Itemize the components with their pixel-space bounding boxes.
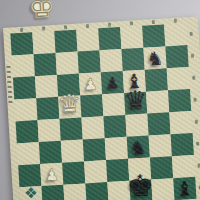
square-e3[interactable]	[105, 137, 128, 160]
square-h8[interactable]	[164, 23, 187, 46]
square-h6[interactable]	[167, 67, 190, 90]
board-grid	[10, 23, 196, 200]
right-coordinate-mark	[190, 32, 193, 36]
square-h5[interactable]	[168, 89, 191, 112]
top-coordinate-mark	[86, 24, 89, 28]
white-pawn-b2[interactable]: ♟	[44, 167, 59, 184]
top-coordinate-mark	[174, 19, 177, 23]
square-b3[interactable]	[39, 141, 62, 164]
square-d5[interactable]	[80, 94, 103, 117]
square-c7[interactable]	[56, 52, 79, 75]
square-g6[interactable]	[145, 68, 168, 91]
white-king-b8[interactable]: ♚	[28, 0, 57, 24]
right-coordinate-mark	[191, 54, 194, 58]
black-knight-g7[interactable]: ♞	[146, 48, 164, 68]
white-pawn-d6[interactable]: ♟	[83, 77, 98, 94]
top-coordinate-mark	[108, 23, 111, 27]
square-b1[interactable]	[41, 185, 64, 200]
square-a6[interactable]	[13, 76, 36, 99]
square-b6[interactable]	[35, 75, 58, 98]
top-coordinate-mark	[152, 20, 155, 24]
square-d2[interactable]	[84, 160, 107, 183]
square-b5[interactable]	[36, 97, 59, 120]
square-a3[interactable]	[17, 142, 40, 165]
square-c3[interactable]	[61, 139, 84, 162]
black-bishop-h1[interactable]: ♝	[175, 178, 194, 199]
square-c4[interactable]	[59, 118, 82, 141]
right-coordinate-mark	[195, 120, 198, 124]
right-coordinate-mark	[199, 185, 200, 189]
square-a4[interactable]	[16, 120, 39, 143]
square-g4[interactable]	[147, 112, 170, 135]
square-d7[interactable]	[78, 50, 101, 73]
right-coordinate-mark	[197, 164, 200, 168]
black-king-f1[interactable]: ♚	[126, 171, 155, 200]
top-coordinate-mark	[64, 25, 67, 29]
square-d3[interactable]	[83, 138, 106, 161]
square-e4[interactable]	[103, 115, 126, 138]
square-h7[interactable]	[165, 45, 188, 68]
square-b4[interactable]	[38, 119, 61, 142]
square-g8[interactable]	[142, 24, 165, 47]
square-a7[interactable]	[12, 54, 35, 77]
black-knight-f3[interactable]: ♞	[129, 137, 147, 157]
square-e7[interactable]	[99, 49, 122, 72]
square-c8[interactable]	[54, 30, 77, 53]
top-coordinate-mark	[130, 21, 133, 25]
square-f4[interactable]	[125, 114, 148, 137]
right-coordinate-mark	[196, 142, 199, 146]
square-d4[interactable]	[81, 116, 104, 139]
square-h3[interactable]	[171, 133, 194, 156]
corner-emblem-icon: ❖	[24, 186, 38, 200]
square-h4[interactable]	[169, 111, 192, 134]
square-g5[interactable]	[146, 90, 169, 113]
right-coordinate-mark	[192, 76, 195, 80]
square-d1[interactable]	[85, 182, 108, 200]
white-queen-c5[interactable]: ♛	[57, 91, 82, 118]
square-c2[interactable]	[62, 161, 85, 184]
square-e8[interactable]	[98, 27, 121, 50]
photo-stage: ♚♛♟♟♞♝♟♛♞♚♝ ❖	[0, 0, 200, 200]
black-queen-f5[interactable]: ♛	[123, 87, 148, 114]
square-a8[interactable]	[10, 32, 33, 55]
square-f8[interactable]	[120, 26, 143, 49]
top-coordinate-mark	[42, 27, 45, 31]
square-g3[interactable]	[149, 134, 172, 157]
square-c1[interactable]	[63, 183, 86, 200]
right-coordinate-mark	[193, 98, 196, 102]
square-e5[interactable]	[102, 93, 125, 116]
square-d8[interactable]	[76, 28, 99, 51]
top-coordinate-mark	[20, 28, 23, 32]
square-a5[interactable]	[14, 98, 37, 121]
black-pawn-e6[interactable]: ♟	[105, 75, 120, 92]
square-b8[interactable]	[32, 31, 55, 54]
chess-board: ♚♛♟♟♞♝♟♛♞♚♝ ❖	[3, 16, 200, 200]
square-b7[interactable]	[34, 53, 57, 76]
